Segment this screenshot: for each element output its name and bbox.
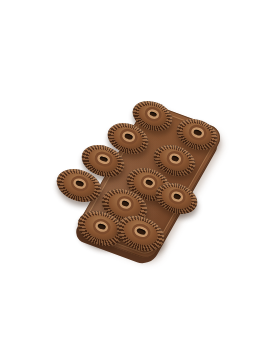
cavity-hole	[149, 111, 157, 118]
cavity-hole	[99, 156, 108, 163]
cavity-dome	[180, 119, 215, 148]
cavity-hole	[172, 193, 180, 200]
cavity-dome	[60, 169, 98, 200]
cavity-hole	[97, 222, 106, 230]
cavity-dome	[135, 101, 169, 129]
cavity-dome	[85, 145, 121, 175]
cavity-hole	[125, 133, 133, 140]
cavity-hole	[75, 179, 84, 186]
cavity-hole	[136, 227, 146, 235]
cavity-hole	[194, 129, 202, 136]
product-photo	[0, 0, 270, 351]
cavity-hole	[170, 155, 178, 162]
cavity-hole	[120, 200, 129, 208]
cavity-hole	[144, 178, 153, 185]
